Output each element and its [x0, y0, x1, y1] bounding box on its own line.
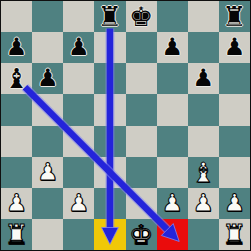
square-h6[interactable] [219, 63, 250, 94]
square-g1[interactable] [188, 219, 219, 250]
piece-black-pawn-c7[interactable]: ♟ [63, 32, 94, 63]
square-f3[interactable] [157, 157, 188, 188]
square-c3[interactable] [63, 157, 94, 188]
square-b5[interactable] [32, 94, 63, 125]
piece-black-king-e8[interactable]: ♚ [126, 1, 157, 32]
square-e1[interactable]: ♚ [126, 219, 157, 250]
piece-white-rook-a1[interactable]: ♜ [1, 219, 32, 250]
square-e2[interactable] [126, 188, 157, 219]
square-d1[interactable] [94, 219, 125, 250]
square-d5[interactable] [94, 94, 125, 125]
square-a1[interactable]: ♜ [1, 219, 32, 250]
square-e7[interactable] [126, 32, 157, 63]
square-f7[interactable]: ♟ [157, 32, 188, 63]
square-d8[interactable]: ♜ [94, 1, 125, 32]
square-h7[interactable]: ♟ [219, 32, 250, 63]
square-a3[interactable] [1, 157, 32, 188]
square-g2[interactable]: ♟ [188, 188, 219, 219]
square-b4[interactable] [32, 126, 63, 157]
square-b2[interactable] [32, 188, 63, 219]
board-squares: ♜♚♜♟♟♟♟♝♟♟♟♝♟♟♟♟♟♜♚♜ [1, 1, 250, 250]
square-d4[interactable] [94, 126, 125, 157]
square-e5[interactable] [126, 94, 157, 125]
square-c6[interactable] [63, 63, 94, 94]
piece-black-pawn-b6[interactable]: ♟ [32, 63, 63, 94]
chess-board: ♜♚♜♟♟♟♟♝♟♟♟♝♟♟♟♟♟♜♚♜ [0, 0, 251, 251]
piece-black-pawn-h7[interactable]: ♟ [219, 32, 250, 63]
piece-white-king-e1[interactable]: ♚ [126, 219, 157, 250]
square-e3[interactable] [126, 157, 157, 188]
square-h3[interactable] [219, 157, 250, 188]
square-a7[interactable]: ♟ [1, 32, 32, 63]
square-e4[interactable] [126, 126, 157, 157]
square-b1[interactable] [32, 219, 63, 250]
square-f2[interactable]: ♟ [157, 188, 188, 219]
square-d6[interactable] [94, 63, 125, 94]
piece-black-pawn-f7[interactable]: ♟ [157, 32, 188, 63]
piece-black-pawn-g6[interactable]: ♟ [188, 63, 219, 94]
square-f4[interactable] [157, 126, 188, 157]
piece-black-rook-d8[interactable]: ♜ [94, 1, 125, 32]
piece-white-pawn-c2[interactable]: ♟ [63, 188, 94, 219]
square-f6[interactable] [157, 63, 188, 94]
square-a4[interactable] [1, 126, 32, 157]
square-c8[interactable] [63, 1, 94, 32]
square-f1[interactable] [157, 219, 188, 250]
piece-white-pawn-g2[interactable]: ♟ [188, 188, 219, 219]
square-a6[interactable]: ♝ [1, 63, 32, 94]
square-f8[interactable] [157, 1, 188, 32]
piece-white-pawn-a2[interactable]: ♟ [1, 188, 32, 219]
square-a5[interactable] [1, 94, 32, 125]
square-c5[interactable] [63, 94, 94, 125]
square-h4[interactable] [219, 126, 250, 157]
piece-white-pawn-f2[interactable]: ♟ [157, 188, 188, 219]
square-c1[interactable] [63, 219, 94, 250]
square-d2[interactable] [94, 188, 125, 219]
square-b3[interactable]: ♟ [32, 157, 63, 188]
square-b6[interactable]: ♟ [32, 63, 63, 94]
square-h5[interactable] [219, 94, 250, 125]
square-g4[interactable] [188, 126, 219, 157]
square-a2[interactable]: ♟ [1, 188, 32, 219]
square-c4[interactable] [63, 126, 94, 157]
square-g3[interactable]: ♝ [188, 157, 219, 188]
square-e8[interactable]: ♚ [126, 1, 157, 32]
square-g5[interactable] [188, 94, 219, 125]
piece-white-pawn-b3[interactable]: ♟ [32, 157, 63, 188]
square-c2[interactable]: ♟ [63, 188, 94, 219]
square-g7[interactable] [188, 32, 219, 63]
square-h8[interactable]: ♜ [219, 1, 250, 32]
square-h2[interactable]: ♟ [219, 188, 250, 219]
square-b7[interactable] [32, 32, 63, 63]
square-h1[interactable]: ♜ [219, 219, 250, 250]
square-e6[interactable] [126, 63, 157, 94]
square-a8[interactable] [1, 1, 32, 32]
piece-black-rook-h8[interactable]: ♜ [219, 1, 250, 32]
piece-white-rook-h1[interactable]: ♜ [219, 219, 250, 250]
square-b8[interactable] [32, 1, 63, 32]
square-g8[interactable] [188, 1, 219, 32]
piece-black-pawn-a7[interactable]: ♟ [1, 32, 32, 63]
square-g6[interactable]: ♟ [188, 63, 219, 94]
piece-white-bishop-g3[interactable]: ♝ [188, 157, 219, 188]
square-c7[interactable]: ♟ [63, 32, 94, 63]
piece-black-bishop-a6[interactable]: ♝ [1, 63, 32, 94]
square-f5[interactable] [157, 94, 188, 125]
square-d7[interactable] [94, 32, 125, 63]
piece-white-pawn-h2[interactable]: ♟ [219, 188, 250, 219]
square-d3[interactable] [94, 157, 125, 188]
